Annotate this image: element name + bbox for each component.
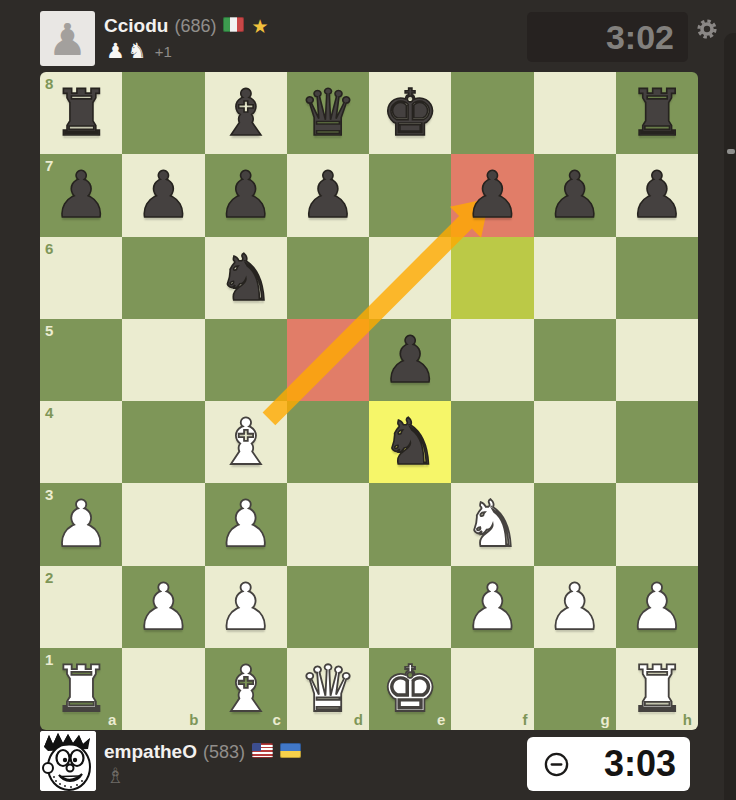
square-f5[interactable] (451, 319, 533, 401)
square-c3[interactable]: ♟ (205, 483, 287, 565)
square-c1[interactable]: c♝ (205, 648, 287, 730)
square-g2[interactable]: ♟ (534, 566, 616, 648)
material-advantage: +1 (155, 43, 172, 60)
white-rook[interactable]: ♜ (40, 648, 122, 730)
black-rook[interactable]: ♜ (40, 72, 122, 154)
white-pawn[interactable]: ♟ (205, 483, 287, 565)
square-d4[interactable] (287, 401, 369, 483)
square-b6[interactable] (122, 237, 204, 319)
square-e6[interactable] (369, 237, 451, 319)
file-label-f: f (523, 711, 528, 728)
square-c7[interactable]: ♟ (205, 154, 287, 236)
square-d5[interactable] (287, 319, 369, 401)
square-e7[interactable] (369, 154, 451, 236)
square-e5[interactable]: ♟ (369, 319, 451, 401)
black-pawn[interactable]: ♟ (451, 154, 533, 236)
square-f6[interactable] (451, 237, 533, 319)
white-pawn[interactable]: ♟ (205, 566, 287, 648)
square-g7[interactable]: ♟ (534, 154, 616, 236)
square-e1[interactable]: e♚ (369, 648, 451, 730)
white-knight[interactable]: ♞ (451, 483, 533, 565)
black-king[interactable]: ♚ (369, 72, 451, 154)
square-g6[interactable] (534, 237, 616, 319)
square-h2[interactable]: ♟ (616, 566, 698, 648)
black-rook[interactable]: ♜ (616, 72, 698, 154)
black-pawn[interactable]: ♟ (369, 319, 451, 401)
square-c8[interactable]: ♝ (205, 72, 287, 154)
square-a6[interactable]: 6 (40, 237, 122, 319)
black-queen[interactable]: ♛ (287, 72, 369, 154)
square-a8[interactable]: 8♜ (40, 72, 122, 154)
white-pawn[interactable]: ♟ (40, 483, 122, 565)
black-pawn[interactable]: ♟ (287, 154, 369, 236)
white-bishop[interactable]: ♝ (205, 648, 287, 730)
player-clock-time: 3:03 (604, 743, 676, 785)
square-g4[interactable] (534, 401, 616, 483)
square-e4[interactable]: ♞ (369, 401, 451, 483)
flag-ua-icon (280, 743, 301, 758)
square-c6[interactable]: ♞ (205, 237, 287, 319)
black-knight[interactable]: ♞ (369, 401, 451, 483)
star-icon: ★ (251, 15, 268, 38)
square-c2[interactable]: ♟ (205, 566, 287, 648)
rank-label-4: 4 (45, 404, 53, 421)
chess-board[interactable]: 8♜♝♛♚♜7♟♟♟♟♟♟♟6♞5♟4♝♞3♟♟♞2♟♟♟♟♟1a♜bc♝d♛e… (40, 72, 698, 730)
opponent-flags (216, 17, 244, 36)
flag-it-icon (223, 17, 244, 32)
captured-knight-icon: ♞ (128, 39, 147, 63)
square-b2[interactable]: ♟ (122, 566, 204, 648)
square-a7[interactable]: 7♟ (40, 154, 122, 236)
square-h6[interactable] (616, 237, 698, 319)
file-label-b: b (189, 711, 198, 728)
square-h3[interactable] (616, 483, 698, 565)
square-c4[interactable]: ♝ (205, 401, 287, 483)
square-f8[interactable] (451, 72, 533, 154)
white-bishop[interactable]: ♝ (205, 401, 287, 483)
scrollbar-thumb[interactable] (727, 149, 735, 154)
square-c5[interactable] (205, 319, 287, 401)
player-clock: 3:03 (527, 737, 690, 791)
square-g5[interactable] (534, 319, 616, 401)
square-a1[interactable]: 1a♜ (40, 648, 122, 730)
square-b7[interactable]: ♟ (122, 154, 204, 236)
rank-label-6: 6 (45, 240, 53, 257)
square-e3[interactable] (369, 483, 451, 565)
opponent-clock-time: 3:02 (606, 18, 674, 57)
black-bishop[interactable]: ♝ (205, 72, 287, 154)
square-d8[interactable]: ♛ (287, 72, 369, 154)
player-name[interactable]: empatheO (104, 741, 197, 763)
square-b1[interactable]: b (122, 648, 204, 730)
square-d7[interactable]: ♟ (287, 154, 369, 236)
opponent-rating: (686) (174, 16, 216, 37)
square-b4[interactable] (122, 401, 204, 483)
square-h4[interactable] (616, 401, 698, 483)
black-pawn[interactable]: ♟ (205, 154, 287, 236)
opponent-clock: 3:02 (527, 12, 688, 62)
black-pawn[interactable]: ♟ (122, 154, 204, 236)
square-g1[interactable]: g (534, 648, 616, 730)
settings-gear-icon[interactable] (695, 17, 719, 41)
square-h1[interactable]: h♜ (616, 648, 698, 730)
white-pawn[interactable]: ♟ (616, 566, 698, 648)
captured-bishop-icon: ♗ (106, 764, 125, 788)
square-f3[interactable]: ♞ (451, 483, 533, 565)
square-f2[interactable]: ♟ (451, 566, 533, 648)
square-b3[interactable] (122, 483, 204, 565)
square-e8[interactable]: ♚ (369, 72, 451, 154)
square-a2[interactable]: 2 (40, 566, 122, 648)
square-h7[interactable]: ♟ (616, 154, 698, 236)
square-f7[interactable]: ♟ (451, 154, 533, 236)
square-a5[interactable]: 5 (40, 319, 122, 401)
white-pawn[interactable]: ♟ (451, 566, 533, 648)
square-a4[interactable]: 4 (40, 401, 122, 483)
black-pawn[interactable]: ♟ (534, 154, 616, 236)
white-king[interactable]: ♚ (369, 648, 451, 730)
square-d2[interactable] (287, 566, 369, 648)
minus-circle-icon (543, 751, 570, 778)
square-b5[interactable] (122, 319, 204, 401)
white-queen[interactable]: ♛ (287, 648, 369, 730)
player-flags (245, 743, 301, 762)
opponent-avatar[interactable]: ♟ (40, 11, 95, 66)
square-g3[interactable] (534, 483, 616, 565)
square-h8[interactable]: ♜ (616, 72, 698, 154)
rank-label-2: 2 (45, 569, 53, 586)
white-rook[interactable]: ♜ (616, 648, 698, 730)
cartoon-face-avatar-image (40, 731, 96, 791)
square-g8[interactable] (534, 72, 616, 154)
player-rating: (583) (203, 742, 245, 763)
square-b8[interactable] (122, 72, 204, 154)
flag-us-icon (252, 743, 273, 758)
square-h5[interactable] (616, 319, 698, 401)
black-knight[interactable]: ♞ (205, 237, 287, 319)
square-a3[interactable]: 3♟ (40, 483, 122, 565)
square-d1[interactable]: d♛ (287, 648, 369, 730)
square-d6[interactable] (287, 237, 369, 319)
black-pawn[interactable]: ♟ (616, 154, 698, 236)
white-pawn[interactable]: ♟ (534, 566, 616, 648)
captured-pawn-icon: ♟ (106, 39, 125, 63)
square-e2[interactable] (369, 566, 451, 648)
file-label-g: g (601, 711, 610, 728)
square-f1[interactable]: f (451, 648, 533, 730)
square-f4[interactable] (451, 401, 533, 483)
pawn-avatar-image: ♟ (48, 18, 87, 62)
rank-label-5: 5 (45, 322, 53, 339)
player-avatar[interactable] (40, 731, 96, 791)
player-captured-pieces: ♗ (106, 765, 128, 787)
opponent-captured-pieces: ♟♞ +1 (106, 40, 172, 62)
opponent-name[interactable]: Cciodu (104, 15, 168, 37)
black-pawn[interactable]: ♟ (40, 154, 122, 236)
white-pawn[interactable]: ♟ (122, 566, 204, 648)
square-d3[interactable] (287, 483, 369, 565)
